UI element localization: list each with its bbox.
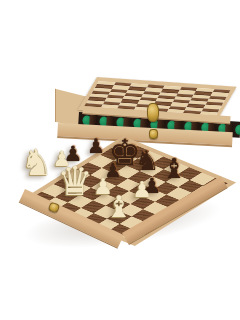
chess-set-product-photo: ♟♟♟♚♞♞♟♝♟♟♛♟♝ bbox=[0, 0, 240, 320]
brass-clasp-icon bbox=[147, 103, 159, 122]
stored-piece bbox=[235, 124, 240, 137]
white-pawn-b6: ♟ bbox=[53, 149, 72, 170]
brass-clasp-lower-icon bbox=[149, 129, 158, 139]
felt-base-icon bbox=[235, 125, 240, 136]
white-knight-a5: ♞ bbox=[21, 145, 53, 181]
